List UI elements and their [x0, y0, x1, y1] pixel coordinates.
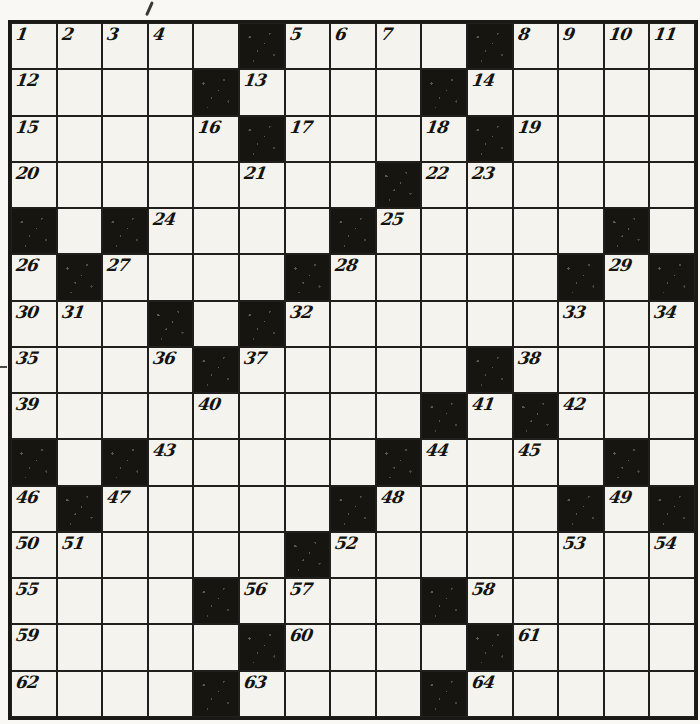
cell-r10c5[interactable] [193, 439, 239, 485]
cell-r13c7[interactable]: 57 [285, 578, 331, 624]
cell-r4c3[interactable] [102, 162, 148, 208]
cell-r5c3-black [102, 208, 148, 254]
cell-r5c5[interactable] [193, 208, 239, 254]
cell-r14c5[interactable] [193, 624, 239, 670]
cell-r5c7[interactable] [285, 208, 331, 254]
cell-r10c4[interactable]: 43 [148, 439, 194, 485]
cell-r12c1[interactable]: 50 [11, 532, 57, 578]
cell-r9c4[interactable] [148, 393, 194, 439]
cell-r9c13[interactable]: 42 [558, 393, 604, 439]
clue-number: 54 [652, 533, 676, 553]
cell-r5c4[interactable]: 24 [148, 208, 194, 254]
cell-r3c1[interactable]: 15 [11, 116, 57, 162]
cell-r8c4[interactable]: 36 [148, 347, 194, 393]
clue-number: 64 [470, 672, 494, 692]
cell-r15c8[interactable] [330, 671, 376, 717]
clue-number: 11 [652, 24, 676, 44]
clue-number: 29 [607, 255, 631, 275]
cell-r11c2-black [57, 486, 103, 532]
cell-r9c8[interactable] [330, 393, 376, 439]
cell-r15c3[interactable] [102, 671, 148, 717]
clue-number: 24 [151, 209, 175, 229]
cell-r11c4[interactable] [148, 486, 194, 532]
cell-r4c13[interactable] [558, 162, 604, 208]
cell-r11c5[interactable] [193, 486, 239, 532]
clue-number: 1 [14, 24, 27, 44]
clue-number: 6 [333, 24, 346, 44]
cell-r2c7[interactable] [285, 69, 331, 115]
cell-r5c11[interactable] [467, 208, 513, 254]
cell-r7c1[interactable]: 30 [11, 301, 57, 347]
clue-number: 58 [470, 579, 494, 599]
cell-r10c6[interactable] [239, 439, 285, 485]
cell-r12c12[interactable] [513, 532, 559, 578]
cell-r14c12[interactable]: 61 [513, 624, 559, 670]
cell-r8c12[interactable]: 38 [513, 347, 559, 393]
cell-r8c13[interactable] [558, 347, 604, 393]
clue-number: 32 [288, 302, 312, 322]
cell-r6c9[interactable] [376, 254, 422, 300]
cell-r7c2[interactable]: 31 [57, 301, 103, 347]
cell-r9c2[interactable] [57, 393, 103, 439]
cell-r7c3[interactable] [102, 301, 148, 347]
cell-r9c10-black [421, 393, 467, 439]
cell-r7c9[interactable] [376, 301, 422, 347]
clue-number: 21 [242, 163, 266, 183]
clue-number: 44 [424, 440, 448, 460]
clue-number: 47 [105, 487, 129, 507]
cell-r9c7[interactable] [285, 393, 331, 439]
margin-tick-mark [0, 366, 7, 368]
cell-r11c11[interactable] [467, 486, 513, 532]
clue-number: 56 [242, 579, 266, 599]
cell-r10c13[interactable] [558, 439, 604, 485]
cell-r13c12[interactable] [513, 578, 559, 624]
cell-r9c1[interactable]: 39 [11, 393, 57, 439]
cell-r8c5-black [193, 347, 239, 393]
cell-r10c2[interactable] [57, 439, 103, 485]
clue-number: 63 [242, 672, 266, 692]
clue-number: 57 [288, 579, 312, 599]
cell-r4c14[interactable] [604, 162, 650, 208]
cell-r14c14[interactable] [604, 624, 650, 670]
cell-r3c12[interactable]: 19 [513, 116, 559, 162]
cell-r4c4[interactable] [148, 162, 194, 208]
cell-r6c14[interactable]: 29 [604, 254, 650, 300]
cell-r3c13[interactable] [558, 116, 604, 162]
cell-r3c3[interactable] [102, 116, 148, 162]
cell-r10c15[interactable] [649, 439, 695, 485]
clue-number: 55 [14, 579, 38, 599]
cell-r10c12[interactable]: 45 [513, 439, 559, 485]
cell-r6c1[interactable]: 26 [11, 254, 57, 300]
cell-r11c3[interactable]: 47 [102, 486, 148, 532]
cell-r5c1-black [11, 208, 57, 254]
cell-r3c4[interactable] [148, 116, 194, 162]
clue-number: 4 [151, 24, 164, 44]
clue-number: 52 [333, 533, 357, 553]
cell-r12c11[interactable] [467, 532, 513, 578]
cell-r7c4-black [148, 301, 194, 347]
clue-number: 36 [151, 348, 175, 368]
clue-number: 42 [561, 394, 585, 414]
cell-r6c12[interactable] [513, 254, 559, 300]
clue-number: 20 [14, 163, 38, 183]
cell-r3c5[interactable]: 16 [193, 116, 239, 162]
cell-r9c15[interactable] [649, 393, 695, 439]
clue-number: 19 [516, 117, 540, 137]
clue-number: 38 [516, 348, 540, 368]
clue-number: 61 [516, 625, 540, 645]
cell-r1c7[interactable]: 5 [285, 23, 331, 69]
clue-number: 2 [60, 24, 73, 44]
cell-r4c1[interactable]: 20 [11, 162, 57, 208]
clue-number: 51 [60, 533, 84, 553]
cell-r6c3[interactable]: 27 [102, 254, 148, 300]
cell-r1c2[interactable]: 2 [57, 23, 103, 69]
cell-r15c7[interactable] [285, 671, 331, 717]
clue-number: 53 [561, 533, 585, 553]
cell-r2c1[interactable]: 12 [11, 69, 57, 115]
cell-r8c9[interactable] [376, 347, 422, 393]
cell-r12c2[interactable]: 51 [57, 532, 103, 578]
cell-r10c10[interactable]: 44 [421, 439, 467, 485]
cell-r15c5-black [193, 671, 239, 717]
cell-r2c10-black [421, 69, 467, 115]
cell-r6c11[interactable] [467, 254, 513, 300]
cell-r13c11[interactable]: 58 [467, 578, 513, 624]
cell-r13c14[interactable] [604, 578, 650, 624]
cell-r14c11-black [467, 624, 513, 670]
clue-number: 16 [196, 117, 220, 137]
cell-r15c14[interactable] [604, 671, 650, 717]
cell-r8c7[interactable] [285, 347, 331, 393]
cell-r13c2[interactable] [57, 578, 103, 624]
clue-number: 46 [14, 487, 38, 507]
cell-r6c6[interactable] [239, 254, 285, 300]
cell-r14c9[interactable] [376, 624, 422, 670]
cell-r13c1[interactable]: 55 [11, 578, 57, 624]
cell-r15c10-black [421, 671, 467, 717]
clue-number: 43 [151, 440, 175, 460]
cell-r12c3[interactable] [102, 532, 148, 578]
cell-r8c8[interactable] [330, 347, 376, 393]
cell-r4c7[interactable] [285, 162, 331, 208]
cell-r12c4[interactable] [148, 532, 194, 578]
cell-r6c4[interactable] [148, 254, 194, 300]
cell-r13c5-black [193, 578, 239, 624]
cell-r7c14[interactable] [604, 301, 650, 347]
cell-r11c10[interactable] [421, 486, 467, 532]
cell-r14c7[interactable]: 60 [285, 624, 331, 670]
cell-r3c11-black [467, 116, 513, 162]
clue-number: 22 [424, 163, 448, 183]
cell-r15c1[interactable]: 62 [11, 671, 57, 717]
cell-r13c8[interactable] [330, 578, 376, 624]
cell-r13c9[interactable] [376, 578, 422, 624]
cell-r2c13[interactable] [558, 69, 604, 115]
cell-r15c11[interactable]: 64 [467, 671, 513, 717]
cell-r2c9[interactable] [376, 69, 422, 115]
clue-number: 48 [379, 487, 403, 507]
cell-r14c6-black [239, 624, 285, 670]
cell-r7c6-black [239, 301, 285, 347]
cell-r11c14[interactable]: 49 [604, 486, 650, 532]
clue-number: 9 [561, 24, 574, 44]
cell-r15c13[interactable] [558, 671, 604, 717]
cell-r1c10[interactable] [421, 23, 467, 69]
cell-r2c6[interactable]: 13 [239, 69, 285, 115]
cell-r11c6[interactable] [239, 486, 285, 532]
clue-number: 10 [607, 24, 631, 44]
cell-r8c1[interactable]: 35 [11, 347, 57, 393]
cell-r9c5[interactable]: 40 [193, 393, 239, 439]
clue-number: 25 [379, 209, 403, 229]
cell-r1c8[interactable]: 6 [330, 23, 376, 69]
cell-r6c5[interactable] [193, 254, 239, 300]
cell-r9c3[interactable] [102, 393, 148, 439]
cell-r9c12-black [513, 393, 559, 439]
cell-r2c14[interactable] [604, 69, 650, 115]
cell-r13c13[interactable] [558, 578, 604, 624]
clue-number: 50 [14, 533, 38, 553]
cell-r15c6[interactable]: 63 [239, 671, 285, 717]
cell-r12c14[interactable] [604, 532, 650, 578]
cell-r5c12[interactable] [513, 208, 559, 254]
cell-r4c9-black [376, 162, 422, 208]
clue-number: 7 [379, 24, 392, 44]
clue-number: 41 [470, 394, 494, 414]
cell-r7c5[interactable] [193, 301, 239, 347]
cell-r11c15-black [649, 486, 695, 532]
cell-r10c11[interactable] [467, 439, 513, 485]
cell-r8c2[interactable] [57, 347, 103, 393]
clue-number: 60 [288, 625, 312, 645]
cell-r14c10[interactable] [421, 624, 467, 670]
cell-r13c10-black [421, 578, 467, 624]
cell-r10c7[interactable] [285, 439, 331, 485]
clue-number: 26 [14, 255, 38, 275]
cell-r5c15[interactable] [649, 208, 695, 254]
cell-r4c10[interactable]: 22 [421, 162, 467, 208]
cell-r11c9[interactable]: 48 [376, 486, 422, 532]
cell-r14c1[interactable]: 59 [11, 624, 57, 670]
clue-number: 17 [288, 117, 312, 137]
clue-number: 59 [14, 625, 38, 645]
cell-r11c1[interactable]: 46 [11, 486, 57, 532]
cell-r14c2[interactable] [57, 624, 103, 670]
cell-r5c14-black [604, 208, 650, 254]
cell-r8c3[interactable] [102, 347, 148, 393]
cell-r12c7-black [285, 532, 331, 578]
cell-r2c15[interactable] [649, 69, 695, 115]
clue-number: 37 [242, 348, 266, 368]
cell-r4c15[interactable] [649, 162, 695, 208]
clue-number: 39 [14, 394, 38, 414]
cell-r14c13[interactable] [558, 624, 604, 670]
cell-r11c12[interactable] [513, 486, 559, 532]
cell-r12c10[interactable] [421, 532, 467, 578]
cell-r15c9[interactable] [376, 671, 422, 717]
clue-number: 8 [516, 24, 529, 44]
cell-r11c7[interactable] [285, 486, 331, 532]
cell-r9c6[interactable] [239, 393, 285, 439]
clue-number: 33 [561, 302, 585, 322]
cell-r1c15[interactable]: 11 [649, 23, 695, 69]
cell-r13c6[interactable]: 56 [239, 578, 285, 624]
cell-r6c2-black [57, 254, 103, 300]
clue-number: 49 [607, 487, 631, 507]
cell-r12c5[interactable] [193, 532, 239, 578]
clue-number: 35 [14, 348, 38, 368]
cell-r15c2[interactable] [57, 671, 103, 717]
cell-r3c9[interactable] [376, 116, 422, 162]
crossword-grid: 1234567891011121314151617181920212223242… [8, 20, 698, 720]
cell-r10c8[interactable] [330, 439, 376, 485]
clue-number: 13 [242, 70, 266, 90]
cell-r1c4[interactable]: 4 [148, 23, 194, 69]
cell-r2c12[interactable] [513, 69, 559, 115]
cell-r8c14[interactable] [604, 347, 650, 393]
cell-r8c6[interactable]: 37 [239, 347, 285, 393]
cell-r7c12[interactable] [513, 301, 559, 347]
cell-r2c4[interactable] [148, 69, 194, 115]
cell-r1c14[interactable]: 10 [604, 23, 650, 69]
cell-r5c13[interactable] [558, 208, 604, 254]
cell-r3c10[interactable]: 18 [421, 116, 467, 162]
clue-number: 34 [652, 302, 676, 322]
cell-r7c7[interactable]: 32 [285, 301, 331, 347]
cell-r1c3[interactable]: 3 [102, 23, 148, 69]
cell-r4c5[interactable] [193, 162, 239, 208]
cell-r11c13-black [558, 486, 604, 532]
cell-r9c11[interactable]: 41 [467, 393, 513, 439]
cell-r6c15-black [649, 254, 695, 300]
stray-pen-mark [145, 1, 153, 16]
cell-r5c2[interactable] [57, 208, 103, 254]
cell-r6c10[interactable] [421, 254, 467, 300]
cell-r15c4[interactable] [148, 671, 194, 717]
cell-r12c6[interactable] [239, 532, 285, 578]
cell-r13c15[interactable] [649, 578, 695, 624]
cell-r12c9[interactable] [376, 532, 422, 578]
cell-r8c15[interactable] [649, 347, 695, 393]
cell-r3c2[interactable] [57, 116, 103, 162]
cell-r6c8[interactable]: 28 [330, 254, 376, 300]
cell-r2c2[interactable] [57, 69, 103, 115]
cell-r1c11-black [467, 23, 513, 69]
clue-number: 45 [516, 440, 540, 460]
cell-r14c15[interactable] [649, 624, 695, 670]
clue-number: 31 [60, 302, 84, 322]
clue-number: 12 [14, 70, 38, 90]
clue-number: 5 [288, 24, 301, 44]
cell-r7c13[interactable]: 33 [558, 301, 604, 347]
cell-r3c7[interactable]: 17 [285, 116, 331, 162]
cell-r7c11[interactable] [467, 301, 513, 347]
cell-r4c12[interactable] [513, 162, 559, 208]
cell-r8c10[interactable] [421, 347, 467, 393]
cell-r8c11-black [467, 347, 513, 393]
cell-r7c15[interactable]: 34 [649, 301, 695, 347]
cell-r14c8[interactable] [330, 624, 376, 670]
clue-number: 14 [470, 70, 494, 90]
cell-r14c3[interactable] [102, 624, 148, 670]
cell-r15c15[interactable] [649, 671, 695, 717]
cell-r4c8[interactable] [330, 162, 376, 208]
cell-r3c14[interactable] [604, 116, 650, 162]
cell-r1c13[interactable]: 9 [558, 23, 604, 69]
cell-r5c10[interactable] [421, 208, 467, 254]
cell-r5c9[interactable]: 25 [376, 208, 422, 254]
clue-number: 40 [196, 394, 220, 414]
cell-r11c8-black [330, 486, 376, 532]
cell-r13c3[interactable] [102, 578, 148, 624]
cell-r7c10[interactable] [421, 301, 467, 347]
cell-r1c1[interactable]: 1 [11, 23, 57, 69]
cell-r7c8[interactable] [330, 301, 376, 347]
cell-r5c6[interactable] [239, 208, 285, 254]
cell-r5c8-black [330, 208, 376, 254]
cell-r1c9[interactable]: 7 [376, 23, 422, 69]
cell-r10c1-black [11, 439, 57, 485]
cell-r3c6-black [239, 116, 285, 162]
cell-r10c3-black [102, 439, 148, 485]
cell-r2c11[interactable]: 14 [467, 69, 513, 115]
cell-r1c12[interactable]: 8 [513, 23, 559, 69]
cell-r12c8[interactable]: 52 [330, 532, 376, 578]
cell-r9c9[interactable] [376, 393, 422, 439]
cell-r4c2[interactable] [57, 162, 103, 208]
cell-r10c9-black [376, 439, 422, 485]
cell-r6c7-black [285, 254, 331, 300]
cell-r14c4[interactable] [148, 624, 194, 670]
cell-r12c13[interactable]: 53 [558, 532, 604, 578]
cell-r6c13-black [558, 254, 604, 300]
cell-r4c6[interactable]: 21 [239, 162, 285, 208]
cell-r1c5[interactable] [193, 23, 239, 69]
cell-r3c8[interactable] [330, 116, 376, 162]
cell-r1c6-black [239, 23, 285, 69]
cell-r3c15[interactable] [649, 116, 695, 162]
scanned-page-background: 1234567891011121314151617181920212223242… [0, 0, 700, 724]
cell-r2c5-black [193, 69, 239, 115]
cell-r2c8[interactable] [330, 69, 376, 115]
cell-r10c14-black [604, 439, 650, 485]
cell-r13c4[interactable] [148, 578, 194, 624]
cell-r2c3[interactable] [102, 69, 148, 115]
cell-r15c12[interactable] [513, 671, 559, 717]
clue-number: 18 [424, 117, 448, 137]
cell-r4c11[interactable]: 23 [467, 162, 513, 208]
clue-number: 30 [14, 302, 38, 322]
clue-number: 27 [105, 255, 129, 275]
clue-number: 15 [14, 117, 38, 137]
clue-number: 62 [14, 672, 38, 692]
cell-r9c14[interactable] [604, 393, 650, 439]
cell-r12c15[interactable]: 54 [649, 532, 695, 578]
clue-number: 28 [333, 255, 357, 275]
clue-number: 3 [105, 24, 118, 44]
clue-number: 23 [470, 163, 494, 183]
